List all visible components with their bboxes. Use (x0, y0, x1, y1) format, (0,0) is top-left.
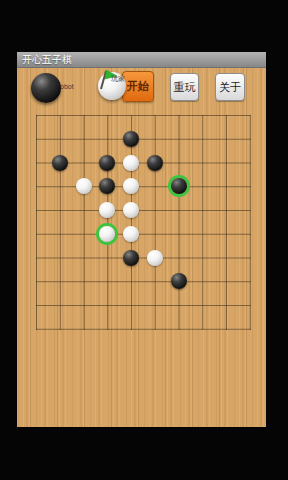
stone-white (147, 250, 163, 266)
robot-stone-icon (31, 73, 61, 103)
stone-black-lastmove (171, 178, 187, 194)
app-title: 开心五子棋 (17, 52, 266, 68)
stone-black (123, 250, 139, 266)
title-bar: 开心五子棋 (17, 52, 266, 68)
replay-button-label: 重玩 (174, 80, 196, 95)
stone-black (99, 155, 115, 171)
board[interactable] (36, 115, 251, 330)
stone-white (123, 155, 139, 171)
stone-white (123, 226, 139, 242)
about-button-label: 关于 (219, 80, 241, 95)
app-window: 开心五子棋 Robot 玩家 开始 重玩 关于 (17, 52, 266, 427)
stone-black (123, 131, 139, 147)
screen-background: { "game": "gomoku", "window": { "title":… (0, 0, 288, 480)
start-button[interactable]: 开始 (122, 71, 154, 102)
about-button[interactable]: 关于 (215, 73, 245, 101)
start-button-label: 开始 (127, 79, 149, 94)
replay-button[interactable]: 重玩 (170, 73, 199, 101)
game-area: Robot 玩家 开始 重玩 关于 (17, 68, 266, 427)
stone-black (147, 155, 163, 171)
stone-black (171, 273, 187, 289)
stone-black (52, 155, 68, 171)
player-label: 玩家 (111, 74, 125, 84)
stone-white (123, 202, 139, 218)
stone-white (76, 178, 92, 194)
stone-white-lastmove (99, 226, 115, 242)
